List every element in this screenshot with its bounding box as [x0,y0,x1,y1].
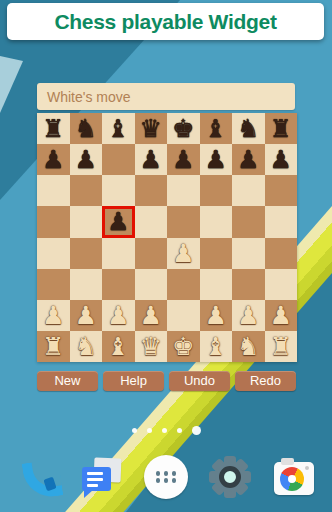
camera-top-tab [281,458,294,465]
square-d4[interactable] [135,238,168,269]
square-c7[interactable] [102,144,135,175]
square-b8[interactable]: ♞ [70,113,103,144]
messages-text-line [87,472,103,475]
square-h2[interactable]: ♟ [265,300,298,331]
pager-dot-active[interactable] [192,426,201,435]
square-f7[interactable]: ♟ [200,144,233,175]
square-c6[interactable] [102,175,135,206]
white-pawn: ♟ [140,303,162,328]
app-drawer-icon[interactable] [144,455,188,499]
square-b5[interactable] [70,206,103,237]
black-pawn: ♟ [172,147,194,172]
black-rook: ♜ [270,116,292,141]
pager-dot[interactable] [177,428,182,433]
move-status-bar: White's move [37,83,295,110]
square-a7[interactable]: ♟ [37,144,70,175]
white-pawn: ♟ [205,303,227,328]
black-pawn: ♟ [270,147,292,172]
square-f1[interactable]: ♝ [200,331,233,362]
title-banner: Chess playable Widget [7,3,324,40]
square-g8[interactable]: ♞ [232,113,265,144]
square-g1[interactable]: ♞ [232,331,265,362]
pager-dot[interactable] [162,428,167,433]
square-h5[interactable] [265,206,298,237]
square-d5[interactable] [135,206,168,237]
move-status-text: White's move [37,89,131,105]
black-queen: ♛ [140,116,162,141]
square-c5[interactable]: ♟ [102,206,135,237]
square-b7[interactable]: ♟ [70,144,103,175]
square-d6[interactable] [135,175,168,206]
square-e7[interactable]: ♟ [167,144,200,175]
square-d7[interactable]: ♟ [135,144,168,175]
white-bishop: ♝ [205,334,227,359]
square-e8[interactable]: ♚ [167,113,200,144]
black-pawn: ♟ [205,147,227,172]
square-g7[interactable]: ♟ [232,144,265,175]
black-knight: ♞ [237,116,259,141]
new-game-button[interactable]: New [37,371,98,391]
white-pawn: ♟ [270,303,292,328]
widget-button-row: New Help Undo Redo [37,371,296,391]
square-e6[interactable] [167,175,200,206]
black-knight: ♞ [75,116,97,141]
messages-text-line [87,478,103,481]
pager-dot[interactable] [132,428,137,433]
black-bishop: ♝ [205,116,227,141]
messages-icon[interactable] [80,455,124,499]
square-c1[interactable]: ♝ [102,331,135,362]
square-a6[interactable] [37,175,70,206]
black-king: ♚ [172,116,194,141]
chess-board[interactable]: ♜♞♝♛♚♝♞♜♟♟♟♟♟♟♟♟♟♟♟♟♟♟♟♟♜♞♝♛♚♝♞♜ [37,113,297,362]
square-h6[interactable] [265,175,298,206]
square-f6[interactable] [200,175,233,206]
square-h7[interactable]: ♟ [265,144,298,175]
square-b3[interactable] [70,269,103,300]
black-rook: ♜ [42,116,64,141]
square-d8[interactable]: ♛ [135,113,168,144]
messages-bubble-tail [84,490,93,498]
square-c4[interactable] [102,238,135,269]
square-f3[interactable] [200,269,233,300]
square-e1[interactable]: ♚ [167,331,200,362]
square-d1[interactable]: ♛ [135,331,168,362]
black-pawn: ♟ [75,147,97,172]
gear-ring [219,466,241,488]
square-f5[interactable] [200,206,233,237]
app-drawer-dots [154,470,178,484]
square-g3[interactable] [232,269,265,300]
black-pawn: ♟ [140,147,162,172]
square-g4[interactable] [232,238,265,269]
white-pawn: ♟ [75,303,97,328]
square-a1[interactable]: ♜ [37,331,70,362]
square-c2[interactable]: ♟ [102,300,135,331]
square-b2[interactable]: ♟ [70,300,103,331]
white-knight: ♞ [75,334,97,359]
black-bishop: ♝ [107,116,129,141]
square-a2[interactable]: ♟ [37,300,70,331]
white-king: ♚ [172,334,194,359]
black-pawn: ♟ [42,147,64,172]
square-c8[interactable]: ♝ [102,113,135,144]
camera-flash-dot [305,466,309,470]
home-pager-dots[interactable] [0,424,332,436]
redo-button[interactable]: Redo [235,371,296,391]
white-pawn: ♟ [237,303,259,328]
dock [0,455,332,505]
square-a5[interactable] [37,206,70,237]
settings-icon[interactable] [208,455,252,499]
square-f2[interactable]: ♟ [200,300,233,331]
black-pawn: ♟ [237,147,259,172]
white-knight: ♞ [237,334,259,359]
square-c3[interactable] [102,269,135,300]
square-e4[interactable]: ♟ [167,238,200,269]
black-pawn: ♟ [107,209,129,234]
square-g5[interactable] [232,206,265,237]
square-e5[interactable] [167,206,200,237]
square-g2[interactable]: ♟ [232,300,265,331]
page-title: Chess playable Widget [54,10,276,34]
square-f4[interactable] [200,238,233,269]
square-e3[interactable] [167,269,200,300]
square-h3[interactable] [265,269,298,300]
undo-button[interactable]: Undo [169,371,230,391]
white-rook: ♜ [42,334,64,359]
home-screen: Chess playable Widget White's move ♜♞♝♛♚… [0,0,332,512]
square-h4[interactable] [265,238,298,269]
help-button[interactable]: Help [103,371,164,391]
square-a4[interactable] [37,238,70,269]
messages-text-line [87,484,98,487]
white-pawn: ♟ [172,241,194,266]
square-f8[interactable]: ♝ [200,113,233,144]
pager-dot[interactable] [147,428,152,433]
white-bishop: ♝ [107,334,129,359]
camera-icon[interactable] [272,455,316,499]
phone-icon[interactable] [16,455,60,499]
white-queen: ♛ [140,334,162,359]
white-pawn: ♟ [107,303,129,328]
square-d2[interactable]: ♟ [135,300,168,331]
square-d3[interactable] [135,269,168,300]
square-g6[interactable] [232,175,265,206]
camera-lens [280,467,304,491]
white-pawn: ♟ [42,303,64,328]
square-h8[interactable]: ♜ [265,113,298,144]
square-a3[interactable] [37,269,70,300]
square-h1[interactable]: ♜ [265,331,298,362]
square-e2[interactable] [167,300,200,331]
white-rook: ♜ [270,334,292,359]
square-b4[interactable] [70,238,103,269]
phone-handset-shape [22,459,64,501]
square-b1[interactable]: ♞ [70,331,103,362]
square-a8[interactable]: ♜ [37,113,70,144]
square-b6[interactable] [70,175,103,206]
